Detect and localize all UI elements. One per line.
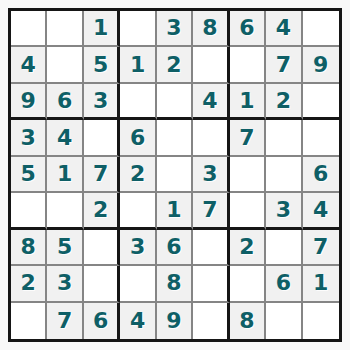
sudoku-cell[interactable] (266, 157, 302, 193)
sudoku-cell[interactable] (303, 303, 339, 339)
sudoku-cell[interactable]: 7 (47, 303, 83, 339)
sudoku-cell[interactable] (157, 120, 193, 156)
sudoku-cell[interactable]: 3 (193, 157, 229, 193)
sudoku-cell[interactable] (84, 230, 120, 266)
sudoku-cell[interactable]: 9 (11, 84, 47, 120)
sudoku-cell[interactable]: 3 (157, 11, 193, 47)
sudoku-cell[interactable] (266, 230, 302, 266)
sudoku-cell[interactable]: 2 (120, 157, 156, 193)
sudoku-cell[interactable] (157, 84, 193, 120)
sudoku-cell[interactable]: 6 (47, 84, 83, 120)
sudoku-cell[interactable]: 7 (266, 47, 302, 83)
sudoku-cell[interactable]: 3 (11, 120, 47, 156)
sudoku-cell[interactable]: 7 (303, 230, 339, 266)
sudoku-cell[interactable]: 9 (157, 303, 193, 339)
sudoku-cell[interactable]: 1 (120, 47, 156, 83)
sudoku-board: 1386445127996341234675172362173485362723… (8, 8, 342, 342)
sudoku-cell[interactable] (120, 193, 156, 229)
sudoku-cell[interactable]: 2 (266, 84, 302, 120)
sudoku-cell[interactable]: 2 (11, 266, 47, 302)
sudoku-cell[interactable] (193, 120, 229, 156)
sudoku-cell[interactable]: 1 (303, 266, 339, 302)
sudoku-cell[interactable] (230, 47, 266, 83)
sudoku-cell[interactable] (303, 120, 339, 156)
sudoku-cell[interactable]: 7 (193, 193, 229, 229)
sudoku-cell[interactable] (47, 11, 83, 47)
sudoku-cell[interactable]: 5 (47, 230, 83, 266)
sudoku-cell[interactable] (11, 303, 47, 339)
sudoku-cell[interactable]: 2 (157, 47, 193, 83)
sudoku-cell[interactable] (11, 193, 47, 229)
sudoku-cell[interactable] (266, 303, 302, 339)
sudoku-cell[interactable]: 4 (120, 303, 156, 339)
sudoku-cell[interactable] (193, 266, 229, 302)
sudoku-cell[interactable]: 7 (230, 120, 266, 156)
sudoku-cell[interactable] (120, 11, 156, 47)
sudoku-cell[interactable]: 3 (266, 193, 302, 229)
sudoku-cell[interactable]: 4 (47, 120, 83, 156)
sudoku-cell[interactable] (84, 266, 120, 302)
sudoku-cell[interactable] (303, 84, 339, 120)
sudoku-cell[interactable]: 1 (84, 11, 120, 47)
sudoku-cell[interactable] (193, 303, 229, 339)
sudoku-cell[interactable]: 6 (157, 230, 193, 266)
sudoku-cell[interactable]: 3 (120, 230, 156, 266)
sudoku-cell[interactable]: 4 (266, 11, 302, 47)
sudoku-cell[interactable] (193, 230, 229, 266)
sudoku-cell[interactable] (230, 266, 266, 302)
sudoku-cell[interactable]: 9 (303, 47, 339, 83)
sudoku-cell[interactable] (120, 84, 156, 120)
sudoku-cell[interactable]: 1 (230, 84, 266, 120)
sudoku-cell[interactable] (47, 47, 83, 83)
sudoku-cell[interactable]: 5 (11, 157, 47, 193)
sudoku-cell[interactable]: 5 (84, 47, 120, 83)
sudoku-cell[interactable] (230, 193, 266, 229)
sudoku-cell[interactable]: 6 (84, 303, 120, 339)
sudoku-cell[interactable]: 3 (84, 84, 120, 120)
sudoku-cell[interactable] (84, 120, 120, 156)
sudoku-cell[interactable]: 2 (230, 230, 266, 266)
sudoku-cell[interactable] (303, 11, 339, 47)
sudoku-cell[interactable]: 6 (303, 157, 339, 193)
sudoku-cell[interactable]: 8 (193, 11, 229, 47)
sudoku-cell[interactable] (266, 120, 302, 156)
sudoku-cell[interactable] (157, 157, 193, 193)
sudoku-cell[interactable]: 4 (193, 84, 229, 120)
sudoku-cell[interactable] (193, 47, 229, 83)
sudoku-cell[interactable]: 7 (84, 157, 120, 193)
sudoku-cell[interactable]: 8 (11, 230, 47, 266)
sudoku-cell[interactable] (230, 157, 266, 193)
sudoku-cell[interactable]: 8 (230, 303, 266, 339)
sudoku-cell[interactable]: 1 (47, 157, 83, 193)
sudoku-cell[interactable]: 8 (157, 266, 193, 302)
sudoku-cell[interactable]: 1 (157, 193, 193, 229)
sudoku-cell[interactable]: 6 (120, 120, 156, 156)
sudoku-cell[interactable] (47, 193, 83, 229)
sudoku-cell[interactable] (11, 11, 47, 47)
sudoku-cell[interactable] (120, 266, 156, 302)
sudoku-cell[interactable]: 6 (266, 266, 302, 302)
sudoku-cell[interactable]: 4 (11, 47, 47, 83)
sudoku-cell[interactable]: 6 (230, 11, 266, 47)
sudoku-cell[interactable]: 2 (84, 193, 120, 229)
sudoku-cell[interactable]: 4 (303, 193, 339, 229)
sudoku-cell[interactable]: 3 (47, 266, 83, 302)
